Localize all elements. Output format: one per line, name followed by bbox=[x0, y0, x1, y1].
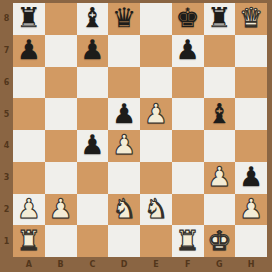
black-pawn-d5[interactable]: ♟ bbox=[112, 100, 136, 127]
white-pawn-a2[interactable]: ♟ bbox=[17, 195, 41, 222]
white-king-g1[interactable]: ♚ bbox=[207, 227, 231, 254]
square-d1[interactable] bbox=[108, 225, 140, 257]
rank-label: 7 bbox=[0, 35, 13, 67]
square-f8[interactable]: ♚ bbox=[172, 3, 204, 35]
square-d4[interactable]: ♟ bbox=[108, 130, 140, 162]
square-e4[interactable] bbox=[140, 130, 172, 162]
square-b4[interactable] bbox=[45, 130, 77, 162]
white-knight-e2[interactable]: ♞ bbox=[144, 195, 168, 222]
square-d2[interactable]: ♞ bbox=[108, 194, 140, 226]
file-label: C bbox=[77, 257, 109, 272]
square-g8[interactable]: ♜ bbox=[204, 3, 236, 35]
white-knight-d2[interactable]: ♞ bbox=[112, 195, 136, 222]
square-f1[interactable]: ♜ bbox=[172, 225, 204, 257]
rank-labels: 87654321 bbox=[0, 3, 13, 257]
file-label: H bbox=[235, 257, 267, 272]
square-d8[interactable]: ♛ bbox=[108, 3, 140, 35]
chess-board-frame: 87654321 ABCDEFGH ♜♝♛♚♜♛♟♟♟♟♟♝♟♟♟♟♟♟♞♞♟♜… bbox=[0, 0, 272, 272]
white-rook-a1[interactable]: ♜ bbox=[17, 227, 41, 254]
square-h8[interactable]: ♛ bbox=[235, 3, 267, 35]
square-g6[interactable] bbox=[204, 67, 236, 99]
square-a5[interactable] bbox=[13, 98, 45, 130]
black-pawn-a7[interactable]: ♟ bbox=[17, 36, 41, 63]
square-b7[interactable] bbox=[45, 35, 77, 67]
square-e3[interactable] bbox=[140, 162, 172, 194]
square-e8[interactable] bbox=[140, 3, 172, 35]
file-labels: ABCDEFGH bbox=[13, 257, 267, 272]
square-f4[interactable] bbox=[172, 130, 204, 162]
white-pawn-g3[interactable]: ♟ bbox=[207, 163, 231, 190]
file-label: D bbox=[108, 257, 140, 272]
square-c2[interactable] bbox=[77, 194, 109, 226]
square-b8[interactable] bbox=[45, 3, 77, 35]
black-pawn-c4[interactable]: ♟ bbox=[80, 131, 104, 158]
white-pawn-d4[interactable]: ♟ bbox=[112, 131, 136, 158]
black-rook-a8[interactable]: ♜ bbox=[17, 4, 41, 31]
square-f7[interactable]: ♟ bbox=[172, 35, 204, 67]
rank-label: 8 bbox=[0, 3, 13, 35]
square-h3[interactable]: ♟ bbox=[235, 162, 267, 194]
file-label: B bbox=[45, 257, 77, 272]
square-b2[interactable]: ♟ bbox=[45, 194, 77, 226]
square-c3[interactable] bbox=[77, 162, 109, 194]
square-c5[interactable] bbox=[77, 98, 109, 130]
chess-board: ♜♝♛♚♜♛♟♟♟♟♟♝♟♟♟♟♟♟♞♞♟♜♜♚ bbox=[13, 3, 267, 257]
square-h2[interactable]: ♟ bbox=[235, 194, 267, 226]
square-d6[interactable] bbox=[108, 67, 140, 99]
file-label: G bbox=[204, 257, 236, 272]
square-b6[interactable] bbox=[45, 67, 77, 99]
square-h1[interactable] bbox=[235, 225, 267, 257]
square-f3[interactable] bbox=[172, 162, 204, 194]
square-d5[interactable]: ♟ bbox=[108, 98, 140, 130]
black-pawn-h3[interactable]: ♟ bbox=[239, 163, 263, 190]
black-bishop-g5[interactable]: ♝ bbox=[207, 100, 231, 127]
square-d3[interactable] bbox=[108, 162, 140, 194]
file-label: A bbox=[13, 257, 45, 272]
square-a1[interactable]: ♜ bbox=[13, 225, 45, 257]
square-h6[interactable] bbox=[235, 67, 267, 99]
square-d7[interactable] bbox=[108, 35, 140, 67]
square-g4[interactable] bbox=[204, 130, 236, 162]
square-e7[interactable] bbox=[140, 35, 172, 67]
square-h7[interactable] bbox=[235, 35, 267, 67]
white-queen-h8[interactable]: ♛ bbox=[239, 4, 263, 31]
square-g5[interactable]: ♝ bbox=[204, 98, 236, 130]
black-queen-d8[interactable]: ♛ bbox=[112, 4, 136, 31]
rank-label: 2 bbox=[0, 194, 13, 226]
square-f2[interactable] bbox=[172, 194, 204, 226]
white-pawn-h2[interactable]: ♟ bbox=[239, 195, 263, 222]
black-pawn-c7[interactable]: ♟ bbox=[80, 36, 104, 63]
black-rook-g8[interactable]: ♜ bbox=[207, 4, 231, 31]
file-label: F bbox=[172, 257, 204, 272]
square-a3[interactable] bbox=[13, 162, 45, 194]
square-e6[interactable] bbox=[140, 67, 172, 99]
square-c7[interactable]: ♟ bbox=[77, 35, 109, 67]
black-pawn-f7[interactable]: ♟ bbox=[176, 36, 200, 63]
white-pawn-b2[interactable]: ♟ bbox=[49, 195, 73, 222]
square-a4[interactable] bbox=[13, 130, 45, 162]
square-c6[interactable] bbox=[77, 67, 109, 99]
white-rook-f1[interactable]: ♜ bbox=[176, 227, 200, 254]
square-b1[interactable] bbox=[45, 225, 77, 257]
square-g7[interactable] bbox=[204, 35, 236, 67]
square-e5[interactable]: ♟ bbox=[140, 98, 172, 130]
rank-label: 1 bbox=[0, 225, 13, 257]
rank-label: 4 bbox=[0, 130, 13, 162]
square-a6[interactable] bbox=[13, 67, 45, 99]
square-b3[interactable] bbox=[45, 162, 77, 194]
square-g1[interactable]: ♚ bbox=[204, 225, 236, 257]
square-f5[interactable] bbox=[172, 98, 204, 130]
file-label: E bbox=[140, 257, 172, 272]
square-c4[interactable]: ♟ bbox=[77, 130, 109, 162]
rank-label: 3 bbox=[0, 162, 13, 194]
white-pawn-e5[interactable]: ♟ bbox=[144, 100, 168, 127]
square-e1[interactable] bbox=[140, 225, 172, 257]
black-bishop-c8[interactable]: ♝ bbox=[80, 4, 104, 31]
black-king-f8[interactable]: ♚ bbox=[176, 4, 200, 31]
square-a2[interactable]: ♟ bbox=[13, 194, 45, 226]
square-h4[interactable] bbox=[235, 130, 267, 162]
square-e2[interactable]: ♞ bbox=[140, 194, 172, 226]
square-c8[interactable]: ♝ bbox=[77, 3, 109, 35]
square-c1[interactable] bbox=[77, 225, 109, 257]
square-b5[interactable] bbox=[45, 98, 77, 130]
square-a8[interactable]: ♜ bbox=[13, 3, 45, 35]
rank-label: 5 bbox=[0, 98, 13, 130]
square-g3[interactable]: ♟ bbox=[204, 162, 236, 194]
rank-label: 6 bbox=[0, 67, 13, 99]
square-h5[interactable] bbox=[235, 98, 267, 130]
square-g2[interactable] bbox=[204, 194, 236, 226]
square-a7[interactable]: ♟ bbox=[13, 35, 45, 67]
square-f6[interactable] bbox=[172, 67, 204, 99]
